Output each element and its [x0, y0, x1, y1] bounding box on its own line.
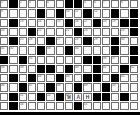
clue-number: 52 [47, 93, 50, 96]
cell-11-9[interactable]: A [74, 93, 82, 101]
cell-8-9[interactable]: 40 [74, 65, 82, 73]
cell-5-12[interactable] [102, 37, 110, 45]
blocked-cell-2-5 [37, 9, 45, 17]
blocked-cell-8-14 [120, 65, 128, 73]
cell-8-1[interactable]: 38 [0, 65, 8, 73]
blocked-cell-5-2 [9, 37, 17, 45]
cell-3-3[interactable]: 13 [19, 19, 27, 27]
cell-2-6[interactable] [46, 9, 54, 17]
cell-1-1[interactable]: 1 [0, 0, 8, 8]
cell-6-11[interactable] [93, 46, 101, 54]
crossword-board: 1234567891011121314151617181920212223242… [0, 0, 140, 115]
cell-3-7[interactable]: 15 [56, 19, 64, 27]
clue-number: 50 [112, 83, 115, 86]
cell-4-14[interactable]: 24 [120, 28, 128, 36]
blocked-cell-6-13 [111, 46, 119, 54]
clue-number: 3 [29, 0, 31, 3]
clue-number: 51 [20, 93, 23, 96]
blocked-cell-2-15 [130, 9, 138, 17]
blocked-cell-5-6 [46, 37, 54, 45]
cell-4-2[interactable] [9, 28, 17, 36]
cell-10-13[interactable]: 50 [111, 83, 119, 91]
clue-number: 4 [47, 0, 49, 3]
blocked-cell-8-6 [46, 65, 54, 73]
blocked-cell-12-2 [9, 102, 17, 110]
cell-letter: H [84, 94, 90, 100]
clue-number: 32 [10, 46, 13, 49]
cell-1-13[interactable] [111, 0, 119, 8]
cell-12-5[interactable] [37, 102, 45, 110]
cell-3-9[interactable]: 16 [74, 19, 82, 27]
clue-number: 54 [20, 102, 23, 105]
cell-3-12[interactable]: 18 [102, 19, 110, 27]
clue-number: 28 [75, 37, 78, 40]
cell-1-7[interactable] [56, 0, 64, 8]
cell-6-12[interactable] [102, 46, 110, 54]
blocked-cell-11-11 [93, 93, 101, 101]
blocked-cell-5-10 [83, 37, 91, 45]
cell-6-3[interactable] [19, 46, 27, 54]
cell-6-4[interactable] [28, 46, 36, 54]
cell-4-5[interactable]: 21 [37, 28, 45, 36]
cell-6-6[interactable]: 33 [46, 46, 54, 54]
cell-5-14[interactable]: 30 [120, 37, 128, 45]
cell-letter: A [75, 94, 81, 100]
cell-2-1[interactable]: 9 [0, 9, 8, 17]
cell-2-3[interactable] [19, 9, 27, 17]
clue-number: 41 [103, 65, 106, 68]
cell-5-11[interactable]: 29 [93, 37, 101, 45]
cell-4-11[interactable] [93, 28, 101, 36]
blocked-cell-11-2 [9, 93, 17, 101]
cell-11-6[interactable]: 52 [46, 93, 54, 101]
clue-number: 26 [29, 37, 32, 40]
cell-12-15[interactable] [130, 102, 138, 110]
cell-5-8[interactable] [65, 37, 73, 45]
clue-number: 2 [20, 0, 22, 3]
cell-9-6[interactable] [46, 74, 54, 82]
cell-7-13[interactable]: 37 [111, 56, 119, 64]
blocked-cell-7-15 [130, 56, 138, 64]
blocked-cell-2-13 [111, 9, 119, 17]
clue-number: 11 [75, 9, 78, 12]
cell-1-11[interactable]: 6 [93, 0, 101, 8]
cell-8-2[interactable] [9, 65, 17, 73]
cell-11-1[interactable] [0, 93, 8, 101]
blocked-cell-6-5 [37, 46, 45, 54]
cell-12-3[interactable]: 54 [19, 102, 27, 110]
cell-5-5[interactable] [37, 37, 45, 45]
cell-10-5[interactable] [37, 83, 45, 91]
clue-number: 16 [75, 19, 78, 22]
cell-1-3[interactable]: 2 [19, 0, 27, 8]
cell-5-4[interactable]: 26 [28, 37, 36, 45]
cell-3-6[interactable] [46, 19, 54, 27]
clue-number: 15 [57, 19, 60, 22]
blocked-cell-9-11 [93, 74, 101, 82]
cell-12-8[interactable] [65, 102, 73, 110]
cell-1-10[interactable]: 5 [83, 0, 91, 8]
blocked-cell-3-15 [130, 19, 138, 27]
clue-number: 13 [20, 19, 23, 22]
cell-4-13[interactable] [111, 28, 119, 36]
cell-7-9[interactable] [74, 56, 82, 64]
clue-number: 47 [29, 83, 32, 86]
clue-number: 8 [121, 0, 123, 3]
clue-number: 21 [38, 28, 41, 31]
blocked-cell-10-12 [102, 83, 110, 91]
clue-number: 17 [84, 19, 87, 22]
blocked-cell-7-10 [83, 56, 91, 64]
clue-number: 23 [84, 28, 87, 31]
blocked-cell-2-7 [56, 9, 64, 17]
blocked-cell-10-9 [74, 83, 82, 91]
blocked-cell-9-7 [56, 74, 64, 82]
cell-4-6[interactable] [46, 28, 54, 36]
blocked-cell-3-14 [120, 19, 128, 27]
clue-number: 45 [121, 74, 124, 77]
cell-2-12[interactable] [102, 9, 110, 17]
cell-11-13[interactable] [111, 93, 119, 101]
clue-number: 5 [84, 0, 86, 3]
cell-2-11[interactable]: 12 [93, 9, 101, 17]
cell-1-14[interactable]: 8 [120, 0, 128, 8]
cell-4-7[interactable] [56, 28, 64, 36]
clue-number: 49 [84, 83, 87, 86]
clue-number: 39 [20, 65, 23, 68]
clue-number: 24 [121, 28, 124, 31]
cell-2-9[interactable]: 11 [74, 9, 82, 17]
cell-7-14[interactable] [120, 56, 128, 64]
cell-5-3[interactable]: 25 [19, 37, 27, 45]
clue-number: 10 [66, 9, 69, 12]
cell-12-1[interactable] [0, 102, 8, 110]
cell-11-10[interactable]: H [83, 93, 91, 101]
blocked-cell-11-5 [37, 93, 45, 101]
clue-number: 40 [75, 65, 78, 68]
cell-5-15[interactable] [130, 37, 138, 45]
blocked-cell-11-12 [102, 93, 110, 101]
clue-number: 19 [112, 19, 115, 22]
cell-3-13[interactable]: 19 [111, 19, 119, 27]
cell-12-4[interactable] [28, 102, 36, 110]
cell-10-1[interactable]: 46 [0, 83, 8, 91]
cell-5-1[interactable] [0, 37, 8, 45]
blocked-cell-9-4 [28, 74, 36, 82]
blocked-cell-10-6 [46, 83, 54, 91]
cell-4-10[interactable]: 23 [83, 28, 91, 36]
cell-4-1[interactable]: 20 [0, 28, 8, 36]
blocked-cell-6-15 [130, 46, 138, 54]
cell-12-12[interactable] [102, 102, 110, 110]
cell-1-12[interactable]: 7 [102, 0, 110, 8]
clue-number: 18 [103, 19, 106, 22]
cell-10-15[interactable] [130, 83, 138, 91]
clue-number: 44 [66, 74, 69, 77]
blocked-cell-7-11 [93, 56, 101, 64]
blocked-cell-9-13 [111, 74, 119, 82]
clue-number: 35 [29, 56, 32, 59]
clue-number: 20 [1, 28, 4, 31]
cell-9-12[interactable] [102, 74, 110, 82]
cell-10-10[interactable]: 49 [83, 83, 91, 91]
cell-1-4[interactable]: 3 [28, 0, 36, 8]
clue-number: 46 [1, 83, 4, 86]
cell-7-7[interactable] [56, 56, 64, 64]
clue-number: 27 [57, 37, 60, 40]
cell-10-11[interactable] [93, 83, 101, 91]
cell-11-8[interactable]: 53W [65, 93, 73, 101]
blocked-cell-9-10 [83, 74, 91, 82]
clue-number: 25 [20, 37, 23, 40]
clue-number: 55 [84, 102, 87, 105]
cell-8-15[interactable]: 42 [130, 65, 138, 73]
blocked-cell-5-13 [111, 37, 119, 45]
cell-10-8[interactable] [65, 83, 73, 91]
cell-6-7[interactable] [56, 46, 64, 54]
cell-7-5[interactable] [37, 56, 45, 64]
blocked-cell-4-4 [28, 28, 36, 36]
cell-9-3[interactable] [19, 74, 27, 82]
cell-5-7[interactable]: 27 [56, 37, 64, 45]
blocked-cell-8-8 [65, 65, 73, 73]
clue-number: 1 [1, 0, 3, 3]
cell-8-13[interactable] [111, 65, 119, 73]
cell-6-2[interactable]: 32 [9, 46, 17, 54]
cell-9-14[interactable]: 45 [120, 74, 128, 82]
clue-number: 22 [66, 28, 69, 31]
blocked-cell-10-3 [19, 83, 27, 91]
clue-number: 48 [57, 83, 60, 86]
blocked-cell-1-8 [65, 0, 73, 8]
cell-8-10[interactable] [83, 65, 91, 73]
cell-12-14[interactable] [120, 102, 128, 110]
clue-number: 38 [1, 65, 4, 68]
cell-4-12[interactable] [102, 28, 110, 36]
cell-3-1[interactable] [0, 19, 8, 27]
clue-number: 6 [94, 0, 96, 3]
clue-number: 30 [121, 37, 124, 40]
cell-11-3[interactable]: 51 [19, 93, 27, 101]
cell-12-11[interactable] [93, 102, 101, 110]
cell-12-10[interactable]: 55 [83, 102, 91, 110]
cell-11-4[interactable] [28, 93, 36, 101]
clue-number: 14 [38, 19, 41, 22]
cell-12-7[interactable] [56, 102, 64, 110]
cell-6-14[interactable] [120, 46, 128, 54]
cell-1-5[interactable] [37, 0, 45, 8]
cell-7-8[interactable] [65, 56, 73, 64]
cell-12-13[interactable] [111, 102, 119, 110]
clue-number: 33 [47, 46, 50, 49]
cell-4-3[interactable] [19, 28, 27, 36]
clue-number: 36 [103, 56, 106, 59]
cell-6-10[interactable] [83, 46, 91, 54]
cell-2-2[interactable] [9, 9, 17, 17]
cell-10-7[interactable]: 48 [56, 83, 64, 91]
clue-number: 42 [131, 65, 134, 68]
cell-1-15[interactable] [130, 0, 138, 8]
blocked-cell-9-2 [9, 74, 17, 82]
blocked-cell-7-3 [19, 56, 27, 64]
blocked-cell-2-10 [83, 9, 91, 17]
cell-9-8[interactable]: 44 [65, 74, 73, 82]
blocked-cell-3-2 [9, 19, 17, 27]
clue-number: 12 [94, 9, 97, 12]
cell-10-2[interactable] [9, 83, 17, 91]
cell-2-14[interactable] [120, 9, 128, 17]
cell-9-5[interactable]: 43 [37, 74, 45, 82]
clue-number: 9 [1, 9, 3, 12]
cell-4-8[interactable]: 22 [65, 28, 73, 36]
cell-8-4[interactable] [28, 65, 36, 73]
blocked-cell-11-14 [120, 93, 128, 101]
blocked-cell-1-2 [9, 0, 17, 8]
clue-number: 31 [1, 46, 4, 49]
cell-11-15[interactable] [130, 93, 138, 101]
blocked-cell-3-11 [93, 19, 101, 27]
cell-2-4[interactable] [28, 9, 36, 17]
clue-number: 34 [75, 46, 78, 49]
blocked-cell-4-15 [130, 28, 138, 36]
cell-9-1[interactable] [0, 74, 8, 82]
cell-6-1[interactable]: 31 [0, 46, 8, 54]
clue-number: 29 [94, 37, 97, 40]
clue-number: 7 [103, 0, 105, 3]
cell-8-7[interactable] [56, 65, 64, 73]
cell-12-6[interactable] [46, 102, 54, 110]
blocked-cell-8-5 [37, 65, 45, 73]
cell-7-12[interactable]: 36 [102, 56, 110, 64]
blocked-cell-11-7 [56, 93, 64, 101]
blocked-cell-4-9 [74, 28, 82, 36]
cell-7-6[interactable] [46, 56, 54, 64]
cell-5-9[interactable]: 28 [74, 37, 82, 45]
cell-3-4[interactable] [28, 19, 36, 27]
clue-number: 37 [112, 56, 115, 59]
cell-2-8[interactable]: 10 [65, 9, 73, 17]
blocked-cell-6-8 [65, 46, 73, 54]
cell-6-9[interactable]: 34 [74, 46, 82, 54]
blocked-cell-1-9 [74, 0, 82, 8]
cell-3-10[interactable]: 17 [83, 19, 91, 27]
cell-8-3[interactable]: 39 [19, 65, 27, 73]
cell-7-4[interactable]: 35 [28, 56, 36, 64]
blocked-cell-12-9 [74, 102, 82, 110]
cell-letter: W [66, 94, 72, 100]
board-bottom-border [0, 112, 140, 115]
cell-10-14[interactable] [120, 83, 128, 91]
blocked-cell-3-8 [65, 19, 73, 27]
cell-7-2[interactable] [9, 56, 17, 64]
cell-8-12[interactable]: 41 [102, 65, 110, 73]
crossword-grid: 1234567891011121314151617181920212223242… [0, 0, 138, 110]
cell-10-4[interactable]: 47 [28, 83, 36, 91]
blocked-cell-7-1 [0, 56, 8, 64]
cell-9-15[interactable] [130, 74, 138, 82]
cell-1-6[interactable]: 4 [46, 0, 54, 8]
clue-number: 43 [38, 74, 41, 77]
blocked-cell-8-11 [93, 65, 101, 73]
cell-9-9[interactable] [74, 74, 82, 82]
cell-3-5[interactable]: 14 [37, 19, 45, 27]
